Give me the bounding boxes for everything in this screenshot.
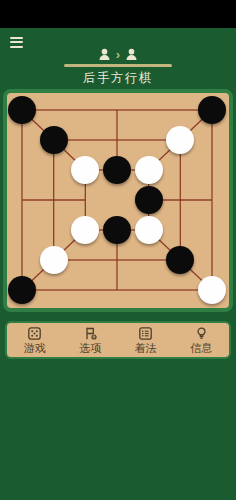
turn-arrow-icon: › <box>116 48 120 61</box>
flag-gear-icon <box>83 326 98 341</box>
options-button-label: 选项 <box>79 342 101 354</box>
stone-white[interactable] <box>198 276 226 304</box>
game-button-label: 游戏 <box>24 342 46 354</box>
header: › 后手方行棋 <box>0 28 236 89</box>
game-button[interactable]: 游戏 <box>7 323 63 357</box>
moves-button[interactable]: 着法 <box>118 323 174 357</box>
stone-black[interactable] <box>40 126 68 154</box>
hamburger-menu-icon[interactable] <box>10 37 23 48</box>
stone-black[interactable] <box>8 96 36 124</box>
stone-black[interactable] <box>135 186 163 214</box>
bottom-toolbar: 游戏 选项 着法 <box>5 321 231 359</box>
turn-indicator: › <box>0 48 236 61</box>
app-screen: › 后手方行棋 <box>0 0 236 500</box>
move-list-icon <box>138 326 153 341</box>
dice-icon <box>27 326 42 341</box>
stone-black[interactable] <box>103 216 131 244</box>
stone-white[interactable] <box>40 246 68 274</box>
options-button[interactable]: 选项 <box>63 323 119 357</box>
stone-black[interactable] <box>8 276 36 304</box>
player-one-icon <box>98 48 111 61</box>
status-bar <box>0 0 236 28</box>
board-surface[interactable] <box>7 93 229 308</box>
info-button[interactable]: 信息 <box>174 323 230 357</box>
info-button-label: 信息 <box>190 342 212 354</box>
moves-button-label: 着法 <box>135 342 157 354</box>
stone-white[interactable] <box>135 216 163 244</box>
stone-black[interactable] <box>103 156 131 184</box>
lightbulb-icon <box>194 326 209 341</box>
morris-board[interactable] <box>3 89 233 312</box>
board-grid-lines <box>7 93 229 308</box>
stone-black[interactable] <box>198 96 226 124</box>
player-two-icon <box>125 48 138 61</box>
turn-status-text: 后手方行棋 <box>0 70 236 87</box>
stone-white[interactable] <box>135 156 163 184</box>
header-divider <box>64 64 172 67</box>
